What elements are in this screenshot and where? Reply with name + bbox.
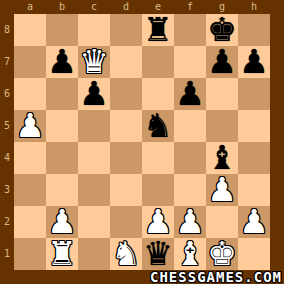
square-f1[interactable]: ♝ bbox=[174, 238, 206, 270]
square-d6[interactable] bbox=[110, 78, 142, 110]
square-d3[interactable] bbox=[110, 174, 142, 206]
black-queen-piece: ♛ bbox=[143, 238, 173, 270]
square-h5[interactable] bbox=[238, 110, 270, 142]
square-c1[interactable] bbox=[78, 238, 110, 270]
rank-label-4: 4 bbox=[0, 142, 14, 174]
square-f5[interactable] bbox=[174, 110, 206, 142]
square-b6[interactable] bbox=[46, 78, 78, 110]
black-pawn-piece: ♟ bbox=[175, 78, 205, 110]
black-knight-piece: ♞ bbox=[143, 110, 173, 142]
square-b4[interactable] bbox=[46, 142, 78, 174]
square-b7[interactable]: ♟ bbox=[46, 46, 78, 78]
square-h1[interactable] bbox=[238, 238, 270, 270]
rank-label-1: 1 bbox=[0, 238, 14, 270]
square-a3[interactable] bbox=[14, 174, 46, 206]
square-a2[interactable] bbox=[14, 206, 46, 238]
black-rook-piece: ♜ bbox=[143, 14, 173, 46]
chess-board: abcdefgh 87654321 ♜♚♟♛♟♟♟♟♟♞♝♟♟♟♟♟♜♞♛♝♚ … bbox=[0, 0, 284, 284]
square-g6[interactable] bbox=[206, 78, 238, 110]
square-a8[interactable] bbox=[14, 14, 46, 46]
white-pawn-piece: ♟ bbox=[15, 110, 45, 142]
rank-label-8: 8 bbox=[0, 14, 14, 46]
white-king-piece: ♚ bbox=[207, 238, 237, 270]
square-e1[interactable]: ♛ bbox=[142, 238, 174, 270]
watermark: CHESSGAMES.COM bbox=[150, 270, 282, 284]
square-g3[interactable]: ♟ bbox=[206, 174, 238, 206]
rank-label-3: 3 bbox=[0, 174, 14, 206]
file-label-c: c bbox=[78, 0, 110, 14]
square-c3[interactable] bbox=[78, 174, 110, 206]
square-a7[interactable] bbox=[14, 46, 46, 78]
square-g7[interactable]: ♟ bbox=[206, 46, 238, 78]
rank-label-6: 6 bbox=[0, 78, 14, 110]
file-label-h: h bbox=[238, 0, 270, 14]
square-g1[interactable]: ♚ bbox=[206, 238, 238, 270]
black-pawn-piece: ♟ bbox=[47, 46, 77, 78]
square-d8[interactable] bbox=[110, 14, 142, 46]
square-d7[interactable] bbox=[110, 46, 142, 78]
white-knight-piece: ♞ bbox=[111, 238, 141, 270]
square-a4[interactable] bbox=[14, 142, 46, 174]
file-label-f: f bbox=[174, 0, 206, 14]
square-h6[interactable] bbox=[238, 78, 270, 110]
square-c2[interactable] bbox=[78, 206, 110, 238]
square-c4[interactable] bbox=[78, 142, 110, 174]
rank-labels: 87654321 bbox=[0, 14, 14, 270]
black-pawn-piece: ♟ bbox=[239, 46, 269, 78]
square-h7[interactable]: ♟ bbox=[238, 46, 270, 78]
square-d5[interactable] bbox=[110, 110, 142, 142]
square-e7[interactable] bbox=[142, 46, 174, 78]
square-a5[interactable]: ♟ bbox=[14, 110, 46, 142]
file-label-d: d bbox=[110, 0, 142, 14]
square-a1[interactable] bbox=[14, 238, 46, 270]
white-rook-piece: ♜ bbox=[47, 238, 77, 270]
board: ♜♚♟♛♟♟♟♟♟♞♝♟♟♟♟♟♜♞♛♝♚ bbox=[14, 14, 270, 270]
black-pawn-piece: ♟ bbox=[207, 46, 237, 78]
square-e8[interactable]: ♜ bbox=[142, 14, 174, 46]
square-f6[interactable]: ♟ bbox=[174, 78, 206, 110]
white-bishop-piece: ♝ bbox=[175, 238, 205, 270]
square-b5[interactable] bbox=[46, 110, 78, 142]
square-e4[interactable] bbox=[142, 142, 174, 174]
rank-label-5: 5 bbox=[0, 110, 14, 142]
file-label-a: a bbox=[14, 0, 46, 14]
square-c5[interactable] bbox=[78, 110, 110, 142]
file-label-b: b bbox=[46, 0, 78, 14]
rank-label-2: 2 bbox=[0, 206, 14, 238]
black-pawn-piece: ♟ bbox=[79, 78, 109, 110]
white-pawn-piece: ♟ bbox=[207, 174, 237, 206]
square-d1[interactable]: ♞ bbox=[110, 238, 142, 270]
white-pawn-piece: ♟ bbox=[239, 206, 269, 238]
square-e5[interactable]: ♞ bbox=[142, 110, 174, 142]
rank-label-7: 7 bbox=[0, 46, 14, 78]
square-b1[interactable]: ♜ bbox=[46, 238, 78, 270]
square-d4[interactable] bbox=[110, 142, 142, 174]
square-c6[interactable]: ♟ bbox=[78, 78, 110, 110]
square-f8[interactable] bbox=[174, 14, 206, 46]
square-f4[interactable] bbox=[174, 142, 206, 174]
square-h2[interactable]: ♟ bbox=[238, 206, 270, 238]
square-h4[interactable] bbox=[238, 142, 270, 174]
